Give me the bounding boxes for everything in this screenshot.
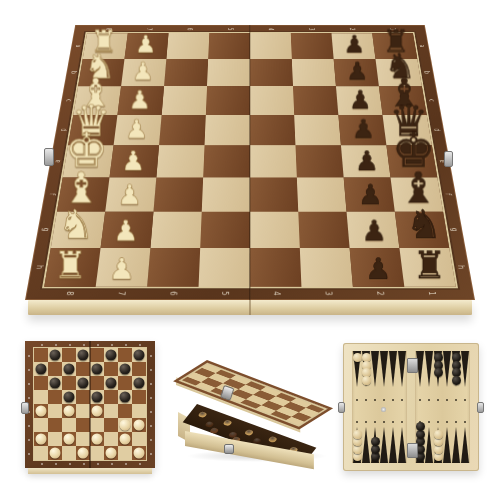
border-coordinate-dot [28,383,30,385]
border-coordinate-dot [28,425,30,427]
board-square: ♟ [114,115,162,145]
checkers-square [48,418,62,432]
backgammon-checker-light [434,430,443,439]
stored-chess-piece [244,429,254,436]
checker-dark-piece [64,364,75,375]
board-square: ♟ [338,115,386,145]
board-square [295,145,343,177]
stored-chess-piece [222,419,232,426]
hinge-top [407,358,418,373]
backgammon-point [380,427,388,463]
metal-latch-right [444,151,453,167]
point-base-dot [374,399,376,401]
board-square: ♟ [344,177,395,211]
board-square: ♟ [341,145,391,177]
board-square [250,115,295,145]
point-base-dot [365,421,367,423]
checkers-square [76,362,90,376]
point-base-dot [383,421,385,423]
stored-chess-piece [267,436,277,443]
board-square: ♟ [347,212,400,248]
checkers-square [132,376,146,390]
checkers-square [76,390,90,404]
point-base-dot [392,421,394,423]
board-square [250,177,298,211]
point-base-dot [428,421,430,423]
checkers-square [34,446,48,460]
backgammon-point [362,427,370,463]
checkers-square [104,362,118,376]
coordinate-label: a [57,43,99,49]
backgammon-point [389,351,397,387]
checkers-square [76,376,90,390]
point-base-dot [365,399,367,401]
checkers-square [48,432,62,446]
piece-black-pawn: ♟ [352,117,375,143]
checkers-square [76,404,90,418]
checkers-square [132,348,146,362]
board-square [156,145,204,177]
checkers-square [90,446,104,460]
border-coordinate-dot [150,411,152,413]
backgammon-left-panel [352,351,407,463]
checkers-square [48,348,62,362]
checkers-pine-edge [28,468,152,474]
checkers-square [118,418,132,432]
border-coordinate-dot [111,463,113,465]
coordinate-label: e [418,157,466,165]
point-base-dot [419,399,421,401]
backgammon-point [425,351,433,387]
board-square [200,212,250,248]
border-coordinate-dot [41,463,43,465]
backgammon-point [425,427,433,463]
checkers-square [90,362,104,376]
point-base-dot [455,399,457,401]
metal-latch [21,402,29,414]
board-square [164,59,208,86]
checker-dark-piece [106,350,117,361]
checkers-square [118,432,132,446]
piece-black-pawn: ♟ [358,181,383,209]
checkers-square [90,418,104,432]
checker-dark-piece [64,392,75,403]
fold-seam [89,341,91,468]
checkers-square [132,446,146,460]
backgammon-checker-light [353,353,362,362]
checker-light-piece [134,420,145,431]
piece-black-pawn: ♟ [361,216,387,245]
checkers-square [48,376,62,390]
checkers-square [132,390,146,404]
board-square: ♟ [105,177,156,211]
coordinate-label: b [52,69,96,76]
coordinate-label: 3 [305,17,317,42]
coordinate-label: 6 [183,17,195,42]
backgammon-point [371,351,379,387]
board-square: ♟ [334,59,379,86]
checkers-square [76,418,90,432]
point-base-dot [437,399,439,401]
checkers-square [34,404,48,418]
point-base-dot [401,399,403,401]
border-coordinate-dot [28,397,30,399]
metal-clasp-front [224,444,234,454]
point-base-dot [428,399,430,401]
point-base-dot [455,421,457,423]
checker-light-piece [36,434,47,445]
stored-chess-piece [209,427,219,434]
board-square [250,145,297,177]
border-coordinate-dot [139,344,141,346]
checkers-square [132,404,146,418]
checkers-square [34,418,48,432]
coordinate-label: c [46,97,91,104]
border-coordinate-dot [69,344,71,346]
piece-black-pawn: ♟ [355,148,379,175]
piece-white-pawn: ♟ [121,148,145,175]
coordinate-label: h [435,262,487,272]
metal-latch [338,402,345,413]
checkers-square [104,376,118,390]
board-square: ♟ [101,212,154,248]
checkers-square [104,404,118,418]
border-coordinate-dot [28,369,30,371]
backgammon-board-thumbnail [343,343,479,471]
border-coordinate-dot [150,425,152,427]
point-base-dot [374,421,376,423]
border-coordinate-dot [139,463,141,465]
border-coordinate-dot [125,344,127,346]
point-base-dot [464,421,466,423]
checkers-square [90,432,104,446]
piece-black-pawn: ♟ [349,87,372,112]
checker-dark-piece [50,350,61,361]
border-coordinate-dot [55,463,57,465]
backgammon-point [452,427,460,463]
coordinate-label: g [20,225,71,234]
border-coordinate-dot [83,463,85,465]
hinge-bottom [407,443,418,458]
board-square [250,86,294,115]
backgammon-point [443,351,451,387]
checkers-square [62,362,76,376]
backgammon-point [389,427,397,463]
checker-dark-piece [92,392,103,403]
board-square [202,177,250,211]
board-square [159,115,206,145]
board-square [150,212,201,248]
checker-light-piece [120,434,131,445]
checker-dark-piece [78,350,89,361]
board-square: ♟ [110,145,160,177]
border-coordinate-dot [150,355,152,357]
border-coordinate-dot [97,463,99,465]
checkers-square [48,446,62,460]
checker-dark-piece [92,364,103,375]
piece-white-pawn: ♟ [132,59,154,84]
board-square [250,212,300,248]
point-base-dot [446,421,448,423]
checkers-square [104,390,118,404]
checkers-square [76,432,90,446]
chess-board: 87654321 87654321 abcdefgh abcdefgh ♜♟♟♜… [25,25,475,300]
checkers-square [48,404,62,418]
coordinate-label: 4 [265,17,276,42]
checker-light-piece [36,406,47,417]
border-coordinate-dot [150,383,152,385]
stored-chess-piece [197,411,207,418]
board-square [205,115,250,145]
border-coordinate-dot [41,344,43,346]
checker-dark-piece [78,378,89,389]
checkers-square [62,376,76,390]
checkers-square [118,446,132,460]
backgammon-point [461,351,469,387]
checkers-square [76,446,90,460]
board-square [207,59,250,86]
piece-white-pawn: ♟ [125,117,148,143]
backgammon-checker-dark [371,437,380,446]
checkers-square [48,390,62,404]
border-coordinate-dot [150,369,152,371]
coordinate-label: 5 [224,17,235,42]
checkers-square [62,348,76,362]
border-coordinate-dot [83,344,85,346]
coordinate-label: h [13,262,65,272]
board-square [292,59,336,86]
point-base-dot [356,421,358,423]
checkers-square [132,432,146,446]
chess-board-photo: 87654321 87654321 abcdefgh abcdefgh ♜♟♟♜… [25,0,475,300]
board-square [293,86,338,115]
checkers-board-thumbnail [25,341,155,468]
piece-white-pawn: ♟ [113,216,139,245]
board-square: ♟ [117,86,164,115]
checker-light-piece [120,420,131,431]
border-coordinate-dot [150,453,152,455]
checker-dark-piece [134,378,145,389]
checkers-square [90,390,104,404]
checkers-square [62,404,76,418]
backgammon-point [398,427,406,463]
point-base-dot [356,399,358,401]
coordinate-label: a [401,43,443,49]
board-square: ♟ [336,86,383,115]
checker-dark-piece [106,378,117,389]
backgammon-checker-light [362,376,371,385]
checker-light-piece [64,406,75,417]
board-square [294,115,341,145]
backgammon-checker-light [353,430,362,439]
board-square [206,86,250,115]
piece-white-pawn: ♟ [128,87,151,112]
board-square [298,212,349,248]
coordinate-label: d [414,126,460,134]
checkers-square [118,404,132,418]
border-coordinate-dot [28,439,30,441]
coordinate-label: d [40,126,86,134]
border-coordinate-dot [150,439,152,441]
border-coordinate-dot [111,344,113,346]
coordinate-label: g [429,225,480,234]
border-coordinate-dot [150,397,152,399]
checkers-square [34,390,48,404]
coordinate-label: 1 [385,17,399,42]
border-coordinate-dot [69,463,71,465]
backgammon-checker-dark [416,422,425,431]
product-photo-page: 87654321 87654321 abcdefgh abcdefgh ♜♟♟♜… [0,0,500,500]
checkers-square [104,348,118,362]
checkers-square [62,418,76,432]
backgammon-right-panel [415,351,470,463]
checker-dark-piece [120,364,131,375]
checkers-square [34,362,48,376]
border-coordinate-dot [55,344,57,346]
board-square [203,145,250,177]
point-base-dot [383,399,385,401]
checkers-square [34,348,48,362]
piece-black-pawn: ♟ [346,59,368,84]
coordinate-label: b [405,69,449,76]
point-base-dot [392,399,394,401]
checkers-square [132,362,146,376]
checkers-square [34,376,48,390]
backgammon-checker-dark [434,368,443,377]
checker-dark-piece [50,378,61,389]
board-square [162,86,207,115]
point-base-dot [437,421,439,423]
checker-light-piece [50,448,61,459]
checker-light-piece [92,406,103,417]
backgammon-point [398,351,406,387]
board-pine-edge [28,300,472,315]
checkers-square [62,446,76,460]
backgammon-point [380,351,388,387]
border-coordinate-dot [97,344,99,346]
board-square [250,59,293,86]
checkers-square [62,390,76,404]
checker-dark-piece [120,392,131,403]
coordinate-label: e [34,157,82,165]
checker-light-piece [134,448,145,459]
checkers-square [132,418,146,432]
coordinate-label: c [409,97,454,104]
checkers-square [90,404,104,418]
checkers-square [90,376,104,390]
border-coordinate-dot [28,355,30,357]
checkers-square [76,348,90,362]
checkers-square [118,390,132,404]
backgammon-point [461,427,469,463]
checkers-square [104,432,118,446]
checker-light-piece [92,434,103,445]
metal-pin [381,407,386,412]
checkers-square [104,446,118,460]
coordinate-label: 2 [345,17,358,42]
checkers-square [118,362,132,376]
checker-dark-piece [134,350,145,361]
backgammon-checker-dark [452,376,461,385]
metal-latch-left [44,148,54,166]
border-coordinate-dot [125,463,127,465]
metal-latch [477,402,484,413]
border-coordinate-dot [28,453,30,455]
coordinate-label: f [27,190,76,199]
coordinate-label: f [423,190,472,199]
board-square: ♟ [121,59,166,86]
checkers-square [34,432,48,446]
board-square [297,177,347,211]
checker-light-piece [64,434,75,445]
checker-light-piece [106,448,117,459]
board-square [153,177,203,211]
piece-white-pawn: ♟ [117,181,142,209]
coords-bottom: 87654321 [42,288,457,298]
checkers-square [48,362,62,376]
checkers-square [118,348,132,362]
checker-dark-piece [36,364,47,375]
point-base-dot [464,399,466,401]
checker-light-piece [78,448,89,459]
checkers-square [62,432,76,446]
checkers-square [90,348,104,362]
point-base-dot [401,421,403,423]
checkers-square [104,418,118,432]
point-base-dot [446,399,448,401]
checkers-square [118,376,132,390]
backgammon-point [443,427,451,463]
